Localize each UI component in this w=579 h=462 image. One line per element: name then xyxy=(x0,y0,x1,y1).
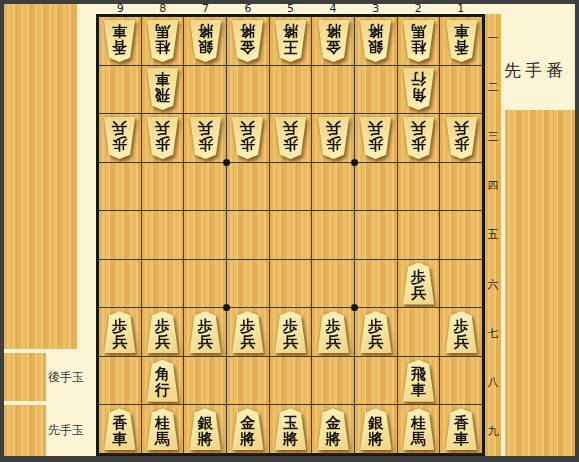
shogi-app-window: 後手玉 先手玉 987654321 香車桂馬銀將金將王將金將銀將桂馬香車飛車角行… xyxy=(0,0,579,462)
rook-gote[interactable]: 飛車 xyxy=(145,68,180,110)
square-77[interactable]: 歩兵 xyxy=(184,308,226,356)
piece-kanji: 歩兵 xyxy=(282,315,298,350)
rank-label-6: 六 xyxy=(485,260,501,309)
square-27[interactable] xyxy=(398,308,440,356)
hoshi-dot xyxy=(223,159,230,166)
piece-face: 歩兵 xyxy=(401,117,436,159)
square-54[interactable] xyxy=(270,163,312,211)
square-12[interactable] xyxy=(440,66,482,114)
square-58[interactable] xyxy=(270,357,312,405)
piece-kanji: 桂馬 xyxy=(410,412,426,447)
piece-face: 歩兵 xyxy=(188,311,223,353)
pawn-sente[interactable]: 歩兵 xyxy=(145,311,180,353)
piece-kanji: 飛車 xyxy=(410,363,426,398)
knight-sente[interactable]: 桂馬 xyxy=(401,408,436,450)
square-15[interactable] xyxy=(440,211,482,259)
square-16[interactable] xyxy=(440,260,482,308)
piece-face: 歩兵 xyxy=(102,311,137,353)
lance-sente[interactable]: 香車 xyxy=(102,408,137,450)
piece-kanji: 銀將 xyxy=(197,23,213,58)
piece-face: 歩兵 xyxy=(444,311,479,353)
square-87[interactable]: 歩兵 xyxy=(142,308,184,356)
piece-face: 銀將 xyxy=(188,20,223,62)
piece-kanji: 香車 xyxy=(112,23,128,58)
pawn-sente[interactable]: 歩兵 xyxy=(102,311,137,353)
piece-face: 歩兵 xyxy=(102,117,137,159)
knight-gote[interactable]: 桂馬 xyxy=(145,20,180,62)
square-28[interactable]: 飛車 xyxy=(398,357,440,405)
piece-face: 金將 xyxy=(316,20,351,62)
square-17[interactable]: 歩兵 xyxy=(440,308,482,356)
piece-kanji: 金將 xyxy=(240,23,256,58)
rank-label-4: 四 xyxy=(485,161,501,210)
rank-coordinates: 一二三四五六七八九 xyxy=(485,14,501,456)
rank-label-2: 二 xyxy=(485,63,501,112)
square-46[interactable] xyxy=(312,260,354,308)
square-42[interactable] xyxy=(312,66,354,114)
piece-kanji: 歩兵 xyxy=(325,315,341,350)
square-89[interactable]: 桂馬 xyxy=(142,405,184,453)
piece-face: 歩兵 xyxy=(358,117,393,159)
piece-kanji: 歩兵 xyxy=(112,120,128,155)
square-98[interactable] xyxy=(99,357,141,405)
piece-kanji: 歩兵 xyxy=(282,120,298,155)
square-71[interactable]: 銀將 xyxy=(184,17,226,65)
sente-komadai-tray[interactable] xyxy=(505,110,575,456)
shogi-board: 香車桂馬銀將金將王將金將銀將桂馬香車飛車角行歩兵歩兵歩兵歩兵歩兵歩兵歩兵歩兵歩兵… xyxy=(96,14,485,456)
piece-kanji: 角行 xyxy=(410,72,426,107)
piece-face: 銀將 xyxy=(358,408,393,450)
piece-kanji: 角行 xyxy=(154,363,170,398)
pawn-gote[interactable]: 歩兵 xyxy=(316,117,351,159)
square-45[interactable] xyxy=(312,211,354,259)
square-37[interactable]: 歩兵 xyxy=(355,308,397,356)
piece-kanji: 桂馬 xyxy=(154,23,170,58)
pawn-sente[interactable]: 歩兵 xyxy=(401,263,436,305)
square-67[interactable]: 歩兵 xyxy=(227,308,269,356)
gote-king-tray[interactable] xyxy=(4,353,46,401)
sente-king-tray[interactable] xyxy=(4,405,46,456)
square-61[interactable]: 金將 xyxy=(227,17,269,65)
square-72[interactable] xyxy=(184,66,226,114)
gold-general-gote[interactable]: 金將 xyxy=(316,20,351,62)
gold-general-sente[interactable]: 金將 xyxy=(230,408,265,450)
rook-sente[interactable]: 飛車 xyxy=(401,360,436,402)
square-36[interactable] xyxy=(355,260,397,308)
lance-gote[interactable]: 香車 xyxy=(102,20,137,62)
piece-kanji: 歩兵 xyxy=(453,120,469,155)
square-55[interactable] xyxy=(270,211,312,259)
piece-face: 桂馬 xyxy=(401,408,436,450)
square-64[interactable] xyxy=(227,163,269,211)
knight-gote[interactable]: 桂馬 xyxy=(401,20,436,62)
rank-label-5: 五 xyxy=(485,210,501,259)
gold-general-sente[interactable]: 金將 xyxy=(316,408,351,450)
pawn-gote[interactable]: 歩兵 xyxy=(188,117,223,159)
square-23[interactable]: 歩兵 xyxy=(398,114,440,162)
square-79[interactable]: 銀將 xyxy=(184,405,226,453)
gote-king-label: 後手玉 xyxy=(48,353,90,401)
silver-general-gote[interactable]: 銀將 xyxy=(188,20,223,62)
square-13[interactable]: 歩兵 xyxy=(440,114,482,162)
bishop-sente[interactable]: 角行 xyxy=(145,360,180,402)
turn-indicator: 先手番 xyxy=(504,59,576,82)
square-88[interactable]: 角行 xyxy=(142,357,184,405)
piece-kanji: 桂馬 xyxy=(154,412,170,447)
square-38[interactable] xyxy=(355,357,397,405)
square-39[interactable]: 銀將 xyxy=(355,405,397,453)
piece-kanji: 歩兵 xyxy=(240,120,256,155)
square-24[interactable] xyxy=(398,163,440,211)
square-51[interactable]: 王將 xyxy=(270,17,312,65)
piece-kanji: 桂馬 xyxy=(410,23,426,58)
piece-face: 金將 xyxy=(316,408,351,450)
piece-kanji: 歩兵 xyxy=(240,315,256,350)
sente-king-label: 先手玉 xyxy=(48,405,90,456)
piece-kanji: 歩兵 xyxy=(368,315,384,350)
rank-label-1: 一 xyxy=(485,14,501,63)
bishop-gote[interactable]: 角行 xyxy=(401,68,436,110)
piece-face: 歩兵 xyxy=(316,117,351,159)
square-96[interactable] xyxy=(99,260,141,308)
square-11[interactable]: 香車 xyxy=(440,17,482,65)
piece-kanji: 歩兵 xyxy=(154,120,170,155)
square-43[interactable]: 歩兵 xyxy=(312,114,354,162)
pawn-sente[interactable]: 歩兵 xyxy=(188,311,223,353)
square-93[interactable]: 歩兵 xyxy=(99,114,141,162)
square-25[interactable] xyxy=(398,211,440,259)
rank-label-9: 九 xyxy=(485,407,501,456)
piece-kanji: 香車 xyxy=(453,23,469,58)
pawn-gote[interactable]: 歩兵 xyxy=(358,117,393,159)
rank-label-3: 三 xyxy=(485,112,501,161)
piece-face: 歩兵 xyxy=(273,311,308,353)
square-95[interactable] xyxy=(99,211,141,259)
piece-kanji: 歩兵 xyxy=(197,315,213,350)
square-31[interactable]: 銀將 xyxy=(355,17,397,65)
piece-face: 王將 xyxy=(273,20,308,62)
piece-kanji: 金將 xyxy=(240,412,256,447)
piece-face: 角行 xyxy=(145,360,180,402)
square-47[interactable]: 歩兵 xyxy=(312,308,354,356)
square-56[interactable] xyxy=(270,260,312,308)
piece-kanji: 香車 xyxy=(112,412,128,447)
piece-kanji: 金將 xyxy=(325,23,341,58)
square-97[interactable]: 歩兵 xyxy=(99,308,141,356)
piece-kanji: 金將 xyxy=(325,412,341,447)
piece-face: 桂馬 xyxy=(145,408,180,450)
pawn-sente[interactable]: 歩兵 xyxy=(316,311,351,353)
piece-face: 金將 xyxy=(230,408,265,450)
silver-general-sente[interactable]: 銀將 xyxy=(188,408,223,450)
hoshi-dot xyxy=(351,159,358,166)
square-62[interactable] xyxy=(227,66,269,114)
king-gote[interactable]: 王將 xyxy=(273,20,308,62)
king-sente[interactable]: 玉將 xyxy=(273,408,308,450)
piece-face: 歩兵 xyxy=(316,311,351,353)
piece-face: 歩兵 xyxy=(145,311,180,353)
square-86[interactable] xyxy=(142,260,184,308)
square-33[interactable]: 歩兵 xyxy=(355,114,397,162)
square-78[interactable] xyxy=(184,357,226,405)
piece-kanji: 歩兵 xyxy=(410,120,426,155)
square-49[interactable]: 金將 xyxy=(312,405,354,453)
piece-kanji: 銀將 xyxy=(197,412,213,447)
piece-kanji: 銀將 xyxy=(368,412,384,447)
piece-face: 歩兵 xyxy=(188,117,223,159)
piece-face: 香車 xyxy=(102,408,137,450)
piece-kanji: 歩兵 xyxy=(410,266,426,301)
square-84[interactable] xyxy=(142,163,184,211)
piece-kanji: 歩兵 xyxy=(154,315,170,350)
piece-face: 歩兵 xyxy=(145,117,180,159)
square-73[interactable]: 歩兵 xyxy=(184,114,226,162)
pawn-gote[interactable]: 歩兵 xyxy=(444,117,479,159)
piece-kanji: 歩兵 xyxy=(368,120,384,155)
pawn-sente[interactable]: 歩兵 xyxy=(444,311,479,353)
square-92[interactable] xyxy=(99,66,141,114)
piece-face: 金將 xyxy=(230,20,265,62)
square-69[interactable]: 金將 xyxy=(227,405,269,453)
square-48[interactable] xyxy=(312,357,354,405)
piece-face: 角行 xyxy=(401,68,436,110)
piece-kanji: 王將 xyxy=(282,23,298,58)
square-66[interactable] xyxy=(227,260,269,308)
shogi-stage: 後手玉 先手玉 987654321 香車桂馬銀將金將王將金將銀將桂馬香車飛車角行… xyxy=(4,4,575,456)
square-14[interactable] xyxy=(440,163,482,211)
square-75[interactable] xyxy=(184,211,226,259)
square-94[interactable] xyxy=(99,163,141,211)
piece-kanji: 香車 xyxy=(453,412,469,447)
rank-label-7: 七 xyxy=(485,309,501,358)
piece-kanji: 歩兵 xyxy=(325,120,341,155)
square-21[interactable]: 桂馬 xyxy=(398,17,440,65)
piece-face: 桂馬 xyxy=(145,20,180,62)
lance-gote[interactable]: 香車 xyxy=(444,20,479,62)
piece-kanji: 歩兵 xyxy=(112,315,128,350)
square-83[interactable]: 歩兵 xyxy=(142,114,184,162)
silver-general-sente[interactable]: 銀將 xyxy=(358,408,393,450)
silver-general-gote[interactable]: 銀將 xyxy=(358,20,393,62)
square-81[interactable]: 桂馬 xyxy=(142,17,184,65)
piece-face: 歩兵 xyxy=(401,263,436,305)
pawn-sente[interactable]: 歩兵 xyxy=(358,311,393,353)
piece-face: 飛車 xyxy=(401,360,436,402)
piece-face: 香車 xyxy=(444,20,479,62)
square-29[interactable]: 桂馬 xyxy=(398,405,440,453)
square-41[interactable]: 金將 xyxy=(312,17,354,65)
square-99[interactable]: 香車 xyxy=(99,405,141,453)
piece-face: 桂馬 xyxy=(401,20,436,62)
square-22[interactable]: 角行 xyxy=(398,66,440,114)
pawn-gote[interactable]: 歩兵 xyxy=(230,117,265,159)
pawn-gote[interactable]: 歩兵 xyxy=(102,117,137,159)
piece-face: 飛車 xyxy=(145,68,180,110)
piece-face: 歩兵 xyxy=(230,311,265,353)
piece-kanji: 飛車 xyxy=(154,72,170,107)
pawn-sente[interactable]: 歩兵 xyxy=(230,311,265,353)
square-26[interactable]: 歩兵 xyxy=(398,260,440,308)
square-68[interactable] xyxy=(227,357,269,405)
piece-kanji: 歩兵 xyxy=(197,120,213,155)
square-53[interactable]: 歩兵 xyxy=(270,114,312,162)
piece-kanji: 歩兵 xyxy=(453,315,469,350)
gold-general-gote[interactable]: 金將 xyxy=(230,20,265,62)
piece-face: 歩兵 xyxy=(273,117,308,159)
square-85[interactable] xyxy=(142,211,184,259)
piece-face: 銀將 xyxy=(188,408,223,450)
pawn-gote[interactable]: 歩兵 xyxy=(401,117,436,159)
square-91[interactable]: 香車 xyxy=(99,17,141,65)
square-65[interactable] xyxy=(227,211,269,259)
piece-face: 歩兵 xyxy=(358,311,393,353)
pawn-sente[interactable]: 歩兵 xyxy=(273,311,308,353)
square-18[interactable] xyxy=(440,357,482,405)
piece-face: 香車 xyxy=(102,20,137,62)
lance-sente[interactable]: 香車 xyxy=(444,408,479,450)
piece-face: 歩兵 xyxy=(230,117,265,159)
square-82[interactable]: 飛車 xyxy=(142,66,184,114)
piece-face: 銀將 xyxy=(358,20,393,62)
piece-kanji: 玉將 xyxy=(282,412,298,447)
square-35[interactable] xyxy=(355,211,397,259)
piece-kanji: 銀將 xyxy=(368,23,384,58)
piece-face: 歩兵 xyxy=(444,117,479,159)
square-19[interactable]: 香車 xyxy=(440,405,482,453)
knight-sente[interactable]: 桂馬 xyxy=(145,408,180,450)
piece-face: 玉將 xyxy=(273,408,308,450)
piece-face: 香車 xyxy=(444,408,479,450)
square-63[interactable]: 歩兵 xyxy=(227,114,269,162)
square-52[interactable] xyxy=(270,66,312,114)
square-32[interactable] xyxy=(355,66,397,114)
square-59[interactable]: 玉將 xyxy=(270,405,312,453)
board-grid: 香車桂馬銀將金將王將金將銀將桂馬香車飛車角行歩兵歩兵歩兵歩兵歩兵歩兵歩兵歩兵歩兵… xyxy=(99,17,482,453)
rank-label-8: 八 xyxy=(485,358,501,407)
square-76[interactable] xyxy=(184,260,226,308)
pawn-gote[interactable]: 歩兵 xyxy=(145,117,180,159)
gote-komadai-tray[interactable] xyxy=(4,4,77,349)
square-44[interactable] xyxy=(312,163,354,211)
square-74[interactable] xyxy=(184,163,226,211)
square-34[interactable] xyxy=(355,163,397,211)
square-57[interactable]: 歩兵 xyxy=(270,308,312,356)
pawn-gote[interactable]: 歩兵 xyxy=(273,117,308,159)
